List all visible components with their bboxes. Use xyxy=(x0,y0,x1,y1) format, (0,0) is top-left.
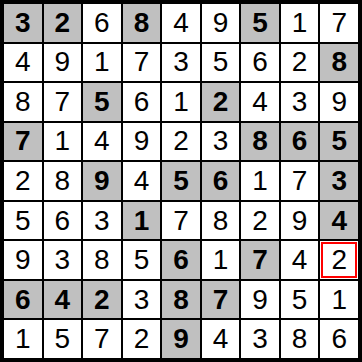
cell-r3c7[interactable]: 4 xyxy=(241,83,279,121)
cell-r6c6[interactable]: 8 xyxy=(202,202,240,240)
cell-r4c6[interactable]: 3 xyxy=(202,123,240,161)
cell-r8c7[interactable]: 9 xyxy=(241,281,279,319)
cell-r7c3[interactable]: 8 xyxy=(83,241,121,279)
cell-r2c5[interactable]: 3 xyxy=(162,44,200,82)
cell-r6c7[interactable]: 2 xyxy=(241,202,279,240)
cell-r4c8[interactable]: 6 xyxy=(281,123,319,161)
cell-r9c5[interactable]: 9 xyxy=(162,320,200,358)
cell-r3c1[interactable]: 8 xyxy=(4,83,42,121)
cell-r2c3[interactable]: 1 xyxy=(83,44,121,82)
cell-r5c8[interactable]: 7 xyxy=(281,162,319,200)
cell-r2c2[interactable]: 9 xyxy=(44,44,82,82)
cell-r1c5[interactable]: 4 xyxy=(162,4,200,42)
cell-r9c3[interactable]: 7 xyxy=(83,320,121,358)
cell-r8c9[interactable]: 1 xyxy=(320,281,358,319)
cell-r5c9[interactable]: 3 xyxy=(320,162,358,200)
cell-r5c5[interactable]: 5 xyxy=(162,162,200,200)
cell-r4c5[interactable]: 2 xyxy=(162,123,200,161)
cell-r2c9[interactable]: 8 xyxy=(320,44,358,82)
sudoku-board: 3268495174917356288756124397149238652894… xyxy=(0,0,362,362)
cell-r8c8[interactable]: 5 xyxy=(281,281,319,319)
cell-r5c1[interactable]: 2 xyxy=(4,162,42,200)
cell-r6c8[interactable]: 9 xyxy=(281,202,319,240)
cell-r7c9[interactable]: 2 xyxy=(320,241,358,279)
cell-r8c5[interactable]: 8 xyxy=(162,281,200,319)
cell-r1c9[interactable]: 7 xyxy=(320,4,358,42)
cell-r4c2[interactable]: 1 xyxy=(44,123,82,161)
cell-r9c2[interactable]: 5 xyxy=(44,320,82,358)
cell-r3c9[interactable]: 9 xyxy=(320,83,358,121)
cell-r6c3[interactable]: 3 xyxy=(83,202,121,240)
cell-r6c4[interactable]: 1 xyxy=(123,202,161,240)
cell-r6c9[interactable]: 4 xyxy=(320,202,358,240)
cell-r8c4[interactable]: 3 xyxy=(123,281,161,319)
cell-r3c5[interactable]: 1 xyxy=(162,83,200,121)
cell-r1c4[interactable]: 8 xyxy=(123,4,161,42)
cell-r8c1[interactable]: 6 xyxy=(4,281,42,319)
cell-r9c6[interactable]: 4 xyxy=(202,320,240,358)
cell-r7c2[interactable]: 3 xyxy=(44,241,82,279)
cell-r1c3[interactable]: 6 xyxy=(83,4,121,42)
cell-r1c8[interactable]: 1 xyxy=(281,4,319,42)
cell-r1c7[interactable]: 5 xyxy=(241,4,279,42)
cell-r5c3[interactable]: 9 xyxy=(83,162,121,200)
cell-r9c4[interactable]: 2 xyxy=(123,320,161,358)
cell-r1c6[interactable]: 9 xyxy=(202,4,240,42)
cell-r3c8[interactable]: 3 xyxy=(281,83,319,121)
cell-r2c4[interactable]: 7 xyxy=(123,44,161,82)
cell-r7c5[interactable]: 6 xyxy=(162,241,200,279)
cell-r3c4[interactable]: 6 xyxy=(123,83,161,121)
cell-r8c2[interactable]: 4 xyxy=(44,281,82,319)
cell-r8c3[interactable]: 2 xyxy=(83,281,121,319)
cell-r5c4[interactable]: 4 xyxy=(123,162,161,200)
cell-r9c9[interactable]: 6 xyxy=(320,320,358,358)
cell-r3c6[interactable]: 2 xyxy=(202,83,240,121)
cell-r4c4[interactable]: 9 xyxy=(123,123,161,161)
cell-r6c5[interactable]: 7 xyxy=(162,202,200,240)
cell-r3c2[interactable]: 7 xyxy=(44,83,82,121)
cell-r7c8[interactable]: 4 xyxy=(281,241,319,279)
cell-r9c1[interactable]: 1 xyxy=(4,320,42,358)
cell-r6c1[interactable]: 5 xyxy=(4,202,42,240)
cell-r4c1[interactable]: 7 xyxy=(4,123,42,161)
cell-r9c8[interactable]: 8 xyxy=(281,320,319,358)
cell-r4c9[interactable]: 5 xyxy=(320,123,358,161)
cell-r4c7[interactable]: 8 xyxy=(241,123,279,161)
cell-r2c1[interactable]: 4 xyxy=(4,44,42,82)
cell-r7c4[interactable]: 5 xyxy=(123,241,161,279)
cell-r7c1[interactable]: 9 xyxy=(4,241,42,279)
cell-r2c7[interactable]: 6 xyxy=(241,44,279,82)
cell-r8c6[interactable]: 7 xyxy=(202,281,240,319)
cell-r5c7[interactable]: 1 xyxy=(241,162,279,200)
cell-r5c6[interactable]: 6 xyxy=(202,162,240,200)
cell-r6c2[interactable]: 6 xyxy=(44,202,82,240)
cell-r1c2[interactable]: 2 xyxy=(44,4,82,42)
cell-r9c7[interactable]: 3 xyxy=(241,320,279,358)
cell-r2c8[interactable]: 2 xyxy=(281,44,319,82)
cell-r7c6[interactable]: 1 xyxy=(202,241,240,279)
cell-r4c3[interactable]: 4 xyxy=(83,123,121,161)
cell-r7c7[interactable]: 7 xyxy=(241,241,279,279)
cell-r2c6[interactable]: 5 xyxy=(202,44,240,82)
cell-r5c2[interactable]: 8 xyxy=(44,162,82,200)
cell-r1c1[interactable]: 3 xyxy=(4,4,42,42)
cell-r3c3[interactable]: 5 xyxy=(83,83,121,121)
